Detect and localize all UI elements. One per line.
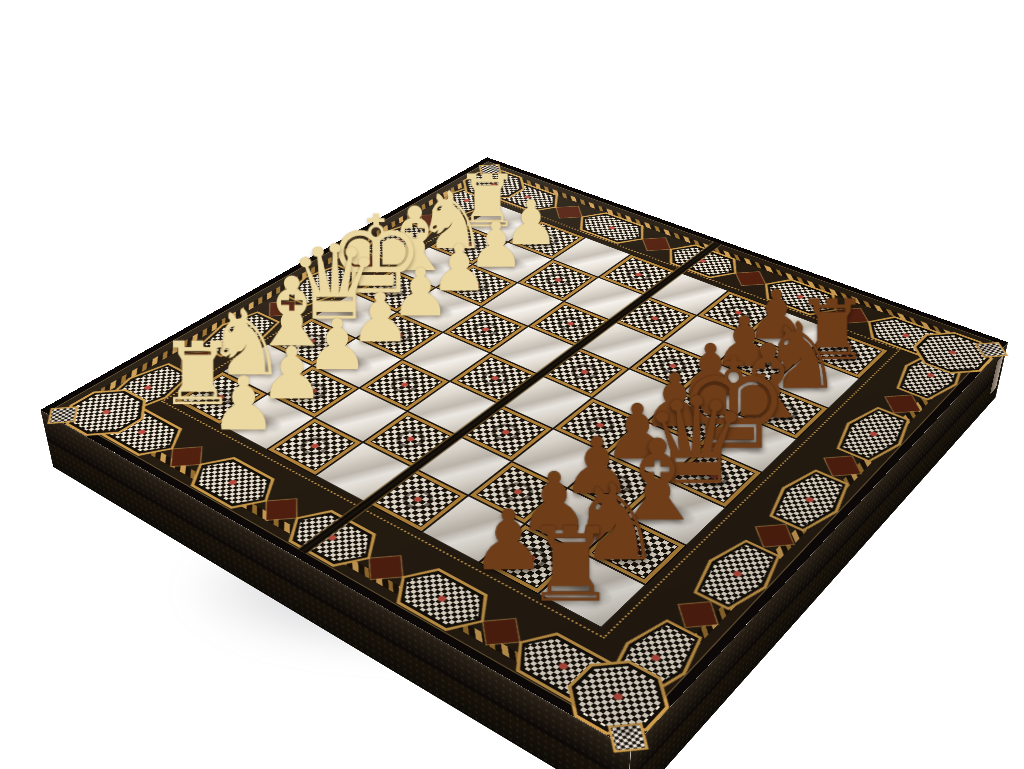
chess-board: ♜♟♟♜♞♟♟♞♝♟♟♝♚♟♟♚♛♟♟♛♝♟♟♝♞♟♟♞♜♟♟♜: [40, 157, 1008, 749]
corner-red-inlay: [349, 256, 373, 269]
corner-red-inlay: [370, 556, 402, 579]
board-top-face: ♜♟♟♜♞♟♟♞♝♟♟♝♚♟♟♚♛♟♟♛♝♟♟♝♞♟♟♞♜♟♟♜: [40, 157, 1008, 749]
corner-red-inlay: [756, 525, 793, 547]
corner-red-inlay: [484, 619, 520, 645]
corner-red-inlay: [266, 499, 296, 520]
corner-red-inlay: [736, 272, 765, 286]
corner-red-inlay: [643, 238, 670, 251]
white-pawn[interactable]: ♟: [211, 373, 277, 436]
corner-red-inlay: [422, 214, 446, 226]
corner-red-inlay: [556, 206, 581, 218]
corner-star-inlay: [480, 165, 499, 174]
corner-red-inlay: [171, 447, 201, 466]
clasp-hardware: [990, 354, 1004, 394]
product-photo-stage: ♜♟♟♜♞♟♟♞♝♟♟♝♚♟♟♚♛♟♟♛♝♟♟♝♞♟♟♞♜♟♟♜: [0, 0, 1024, 769]
scene: ♜♟♟♜♞♟♟♞♝♟♟♝♚♟♟♚♛♟♟♛♝♟♟♝♞♟♟♞♜♟♟♜: [0, 0, 1024, 769]
corner-red-inlay: [886, 395, 921, 412]
corner-red-inlay: [825, 456, 861, 475]
black-rook[interactable]: ♜: [525, 522, 617, 609]
